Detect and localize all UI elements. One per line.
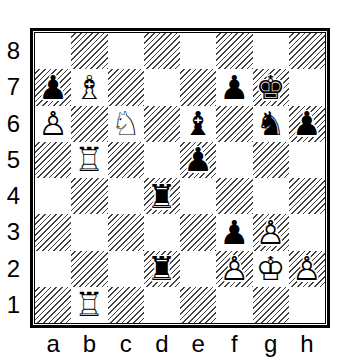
white-pawn-h2[interactable]: ♙	[289, 251, 325, 287]
square-f8[interactable]	[216, 33, 252, 69]
file-label-d: d	[144, 329, 180, 359]
white-pawn-g3[interactable]: ♙	[253, 214, 289, 250]
white-king-g2[interactable]: ♔	[253, 251, 289, 287]
square-h6[interactable]: ♟♟	[289, 106, 325, 142]
rank-label-4: 4	[0, 178, 27, 214]
square-h4[interactable]	[289, 178, 325, 214]
square-e5[interactable]: ♟♟	[180, 142, 216, 178]
square-d1[interactable]	[144, 287, 180, 323]
square-f7[interactable]: ♟♟	[216, 69, 252, 105]
square-b7[interactable]: ♝♗	[71, 69, 107, 105]
black-pawn-h6[interactable]: ♟	[289, 106, 325, 142]
square-c4[interactable]	[108, 178, 144, 214]
square-a1[interactable]	[35, 287, 71, 323]
square-h3[interactable]	[289, 214, 325, 250]
rank-label-7: 7	[0, 69, 27, 105]
black-pawn-f7[interactable]: ♟	[216, 69, 252, 105]
square-c1[interactable]	[108, 287, 144, 323]
square-g2[interactable]: ♚♔	[253, 251, 289, 287]
rank-label-1: 1	[0, 287, 27, 323]
chess-board: ♟♟♝♗♟♟♚♚♟♙♞♘♝♝♞♞♟♟♜♖♟♟♜♜♟♟♟♙♜♜♟♙♚♔♟♙♜♖	[35, 33, 325, 323]
square-h7[interactable]	[289, 69, 325, 105]
black-pawn-f3[interactable]: ♟	[216, 214, 252, 250]
square-b1[interactable]: ♜♖	[71, 287, 107, 323]
square-d7[interactable]	[144, 69, 180, 105]
square-g5[interactable]	[253, 142, 289, 178]
square-c5[interactable]	[108, 142, 144, 178]
square-c7[interactable]	[108, 69, 144, 105]
file-label-h: h	[289, 329, 325, 359]
square-f1[interactable]	[216, 287, 252, 323]
square-g1[interactable]	[253, 287, 289, 323]
square-c2[interactable]	[108, 251, 144, 287]
chess-diagram: 87654321 ♟♟♝♗♟♟♚♚♟♙♞♘♝♝♞♞♟♟♜♖♟♟♜♜♟♟♟♙♜♜♟…	[0, 0, 360, 360]
square-c6[interactable]: ♞♘	[108, 106, 144, 142]
square-f2[interactable]: ♟♙	[216, 251, 252, 287]
rank-label-3: 3	[0, 214, 27, 250]
file-labels: abcdefgh	[35, 329, 325, 359]
white-bishop-b7[interactable]: ♗	[71, 69, 107, 105]
file-label-e: e	[180, 329, 216, 359]
rank-label-5: 5	[0, 142, 27, 178]
square-f6[interactable]	[216, 106, 252, 142]
black-pawn-a7[interactable]: ♟	[35, 69, 71, 105]
square-h8[interactable]	[289, 33, 325, 69]
square-d3[interactable]	[144, 214, 180, 250]
board-frame: ♟♟♝♗♟♟♚♚♟♙♞♘♝♝♞♞♟♟♜♖♟♟♜♜♟♟♟♙♜♜♟♙♚♔♟♙♜♖	[30, 28, 330, 328]
square-b8[interactable]	[71, 33, 107, 69]
white-pawn-a6[interactable]: ♙	[35, 106, 71, 142]
square-e2[interactable]	[180, 251, 216, 287]
black-pawn-e5[interactable]: ♟	[180, 142, 216, 178]
square-b3[interactable]	[71, 214, 107, 250]
square-h5[interactable]	[289, 142, 325, 178]
square-e4[interactable]	[180, 178, 216, 214]
black-king-g7[interactable]: ♚	[253, 69, 289, 105]
square-c8[interactable]	[108, 33, 144, 69]
square-e6[interactable]: ♝♝	[180, 106, 216, 142]
square-d5[interactable]	[144, 142, 180, 178]
square-b4[interactable]	[71, 178, 107, 214]
square-d6[interactable]	[144, 106, 180, 142]
square-a8[interactable]	[35, 33, 71, 69]
square-f5[interactable]	[216, 142, 252, 178]
white-knight-c6[interactable]: ♘	[108, 106, 144, 142]
square-b2[interactable]	[71, 251, 107, 287]
square-h1[interactable]	[289, 287, 325, 323]
square-a4[interactable]	[35, 178, 71, 214]
black-knight-g6[interactable]: ♞	[253, 106, 289, 142]
square-g7[interactable]: ♚♚	[253, 69, 289, 105]
square-e7[interactable]	[180, 69, 216, 105]
rank-label-6: 6	[0, 106, 27, 142]
file-label-b: b	[71, 329, 107, 359]
square-a5[interactable]	[35, 142, 71, 178]
square-a6[interactable]: ♟♙	[35, 106, 71, 142]
square-b5[interactable]: ♜♖	[71, 142, 107, 178]
black-rook-d4[interactable]: ♜	[144, 178, 180, 214]
square-a7[interactable]: ♟♟	[35, 69, 71, 105]
file-label-f: f	[216, 329, 252, 359]
square-a2[interactable]	[35, 251, 71, 287]
square-c3[interactable]	[108, 214, 144, 250]
square-b6[interactable]	[71, 106, 107, 142]
square-e1[interactable]	[180, 287, 216, 323]
white-pawn-f2[interactable]: ♙	[216, 251, 252, 287]
square-g4[interactable]	[253, 178, 289, 214]
square-d4[interactable]: ♜♜	[144, 178, 180, 214]
square-h2[interactable]: ♟♙	[289, 251, 325, 287]
black-bishop-e6[interactable]: ♝	[180, 106, 216, 142]
black-rook-d2[interactable]: ♜	[144, 251, 180, 287]
board-inner-frame: ♟♟♝♗♟♟♚♚♟♙♞♘♝♝♞♞♟♟♜♖♟♟♜♜♟♟♟♙♜♜♟♙♚♔♟♙♜♖	[34, 32, 326, 324]
rank-label-2: 2	[0, 251, 27, 287]
rank-labels: 87654321	[0, 33, 27, 323]
white-rook-b5[interactable]: ♖	[71, 142, 107, 178]
file-label-a: a	[35, 329, 71, 359]
square-a3[interactable]	[35, 214, 71, 250]
file-label-g: g	[253, 329, 289, 359]
square-e8[interactable]	[180, 33, 216, 69]
square-g8[interactable]	[253, 33, 289, 69]
file-label-c: c	[108, 329, 144, 359]
square-d2[interactable]: ♜♜	[144, 251, 180, 287]
square-g6[interactable]: ♞♞	[253, 106, 289, 142]
square-g3[interactable]: ♟♙	[253, 214, 289, 250]
white-rook-b1[interactable]: ♖	[71, 287, 107, 323]
square-e3[interactable]	[180, 214, 216, 250]
square-d8[interactable]	[144, 33, 180, 69]
rank-label-8: 8	[0, 33, 27, 69]
square-f4[interactable]	[216, 178, 252, 214]
square-f3[interactable]: ♟♟	[216, 214, 252, 250]
